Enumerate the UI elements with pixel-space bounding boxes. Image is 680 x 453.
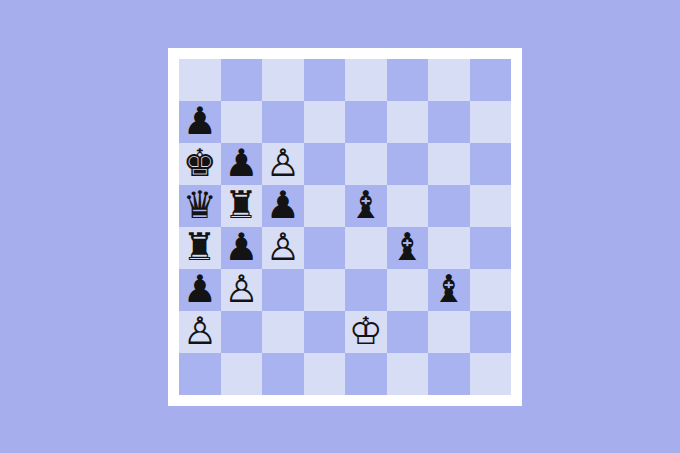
square-h2[interactable] (470, 311, 512, 353)
square-e6[interactable] (345, 143, 387, 185)
piece-black-pawn[interactable]: ♟ (183, 102, 217, 140)
square-e7[interactable] (345, 101, 387, 143)
square-b3[interactable]: ♙ (221, 269, 263, 311)
square-b6[interactable]: ♟ (221, 143, 263, 185)
piece-black-bishop[interactable]: ♝ (390, 228, 424, 266)
square-c7[interactable] (262, 101, 304, 143)
square-d8[interactable] (304, 59, 346, 101)
square-g4[interactable] (428, 227, 470, 269)
square-a2[interactable]: ♙ (179, 311, 221, 353)
square-a5[interactable]: ♛ (179, 185, 221, 227)
square-h8[interactable] (470, 59, 512, 101)
square-d1[interactable] (304, 353, 346, 395)
square-d4[interactable] (304, 227, 346, 269)
chess-board-frame: ♟♚♟♙♛♜♟♝♜♟♙♝♟♙♝♙♔ (168, 48, 522, 406)
square-d2[interactable] (304, 311, 346, 353)
square-h6[interactable] (470, 143, 512, 185)
piece-black-bishop[interactable]: ♝ (432, 270, 466, 308)
square-a1[interactable] (179, 353, 221, 395)
square-h3[interactable] (470, 269, 512, 311)
square-c2[interactable] (262, 311, 304, 353)
piece-black-pawn[interactable]: ♟ (266, 186, 300, 224)
square-c1[interactable] (262, 353, 304, 395)
piece-white-king[interactable]: ♔ (349, 312, 383, 350)
square-e4[interactable] (345, 227, 387, 269)
page-background: ♟♚♟♙♛♜♟♝♜♟♙♝♟♙♝♙♔ (0, 0, 680, 453)
square-f6[interactable] (387, 143, 429, 185)
square-g2[interactable] (428, 311, 470, 353)
square-c3[interactable] (262, 269, 304, 311)
piece-white-pawn[interactable]: ♙ (266, 228, 300, 266)
square-g5[interactable] (428, 185, 470, 227)
piece-black-rook[interactable]: ♜ (224, 186, 258, 224)
square-a7[interactable]: ♟ (179, 101, 221, 143)
piece-black-king[interactable]: ♚ (183, 144, 217, 182)
square-e3[interactable] (345, 269, 387, 311)
square-b7[interactable] (221, 101, 263, 143)
square-a8[interactable] (179, 59, 221, 101)
square-f3[interactable] (387, 269, 429, 311)
square-b1[interactable] (221, 353, 263, 395)
square-h1[interactable] (470, 353, 512, 395)
square-a3[interactable]: ♟ (179, 269, 221, 311)
square-d5[interactable] (304, 185, 346, 227)
square-g3[interactable]: ♝ (428, 269, 470, 311)
square-c4[interactable]: ♙ (262, 227, 304, 269)
square-b2[interactable] (221, 311, 263, 353)
piece-black-pawn[interactable]: ♟ (183, 270, 217, 308)
square-c8[interactable] (262, 59, 304, 101)
square-d7[interactable] (304, 101, 346, 143)
square-b8[interactable] (221, 59, 263, 101)
piece-white-pawn[interactable]: ♙ (266, 144, 300, 182)
square-c5[interactable]: ♟ (262, 185, 304, 227)
square-d3[interactable] (304, 269, 346, 311)
square-h4[interactable] (470, 227, 512, 269)
square-g1[interactable] (428, 353, 470, 395)
square-f5[interactable] (387, 185, 429, 227)
square-b4[interactable]: ♟ (221, 227, 263, 269)
square-g7[interactable] (428, 101, 470, 143)
square-c6[interactable]: ♙ (262, 143, 304, 185)
square-e5[interactable]: ♝ (345, 185, 387, 227)
square-d6[interactable] (304, 143, 346, 185)
piece-black-rook[interactable]: ♜ (183, 228, 217, 266)
square-g8[interactable] (428, 59, 470, 101)
square-f4[interactable]: ♝ (387, 227, 429, 269)
square-a6[interactable]: ♚ (179, 143, 221, 185)
piece-white-pawn[interactable]: ♙ (183, 312, 217, 350)
square-f2[interactable] (387, 311, 429, 353)
piece-black-pawn[interactable]: ♟ (224, 228, 258, 266)
piece-black-pawn[interactable]: ♟ (224, 144, 258, 182)
square-g6[interactable] (428, 143, 470, 185)
piece-black-queen[interactable]: ♛ (183, 186, 217, 224)
piece-black-bishop[interactable]: ♝ (349, 186, 383, 224)
square-e1[interactable] (345, 353, 387, 395)
square-a4[interactable]: ♜ (179, 227, 221, 269)
square-b5[interactable]: ♜ (221, 185, 263, 227)
square-f7[interactable] (387, 101, 429, 143)
piece-white-pawn[interactable]: ♙ (224, 270, 258, 308)
square-h7[interactable] (470, 101, 512, 143)
square-e2[interactable]: ♔ (345, 311, 387, 353)
chess-board: ♟♚♟♙♛♜♟♝♜♟♙♝♟♙♝♙♔ (179, 59, 511, 395)
square-f1[interactable] (387, 353, 429, 395)
square-e8[interactable] (345, 59, 387, 101)
square-h5[interactable] (470, 185, 512, 227)
square-f8[interactable] (387, 59, 429, 101)
